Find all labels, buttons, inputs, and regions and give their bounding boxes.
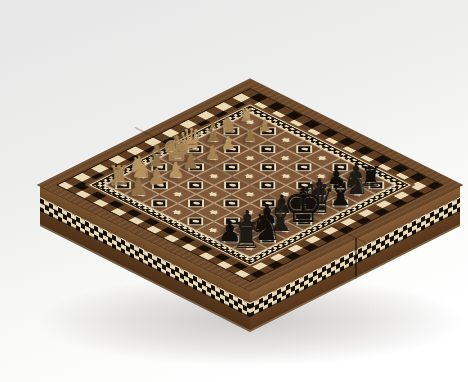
white-pawn[interactable]: ♟: [129, 176, 149, 199]
white-rook[interactable]: ♜: [239, 107, 254, 125]
white-pawn[interactable]: ♟: [167, 160, 185, 181]
white-pawn[interactable]: ♟: [147, 166, 166, 188]
white-pawn[interactable]: ♟: [220, 135, 235, 153]
white-pawn[interactable]: ♟: [182, 151, 199, 171]
studio-backdrop: ♜♟♞♟♝♟♛♟♚♟♝♟♟♞♜♟♟♜♞♟♟♝♟♛♟♚♟♝♟♞♟♜: [0, 0, 468, 382]
black-rook[interactable]: ♜: [231, 217, 261, 253]
white-pawn[interactable]: ♟: [205, 144, 221, 163]
white-pawn[interactable]: ♟: [258, 119, 271, 135]
chess-board: ♜♟♞♟♝♟♛♟♚♟♝♟♟♞♜♟♟♜♞♟♟♝♟♛♟♚♟♝♟♞♟♜: [38, 79, 462, 291]
white-pawn[interactable]: ♟: [243, 127, 257, 144]
hinge-seam: [355, 236, 357, 279]
